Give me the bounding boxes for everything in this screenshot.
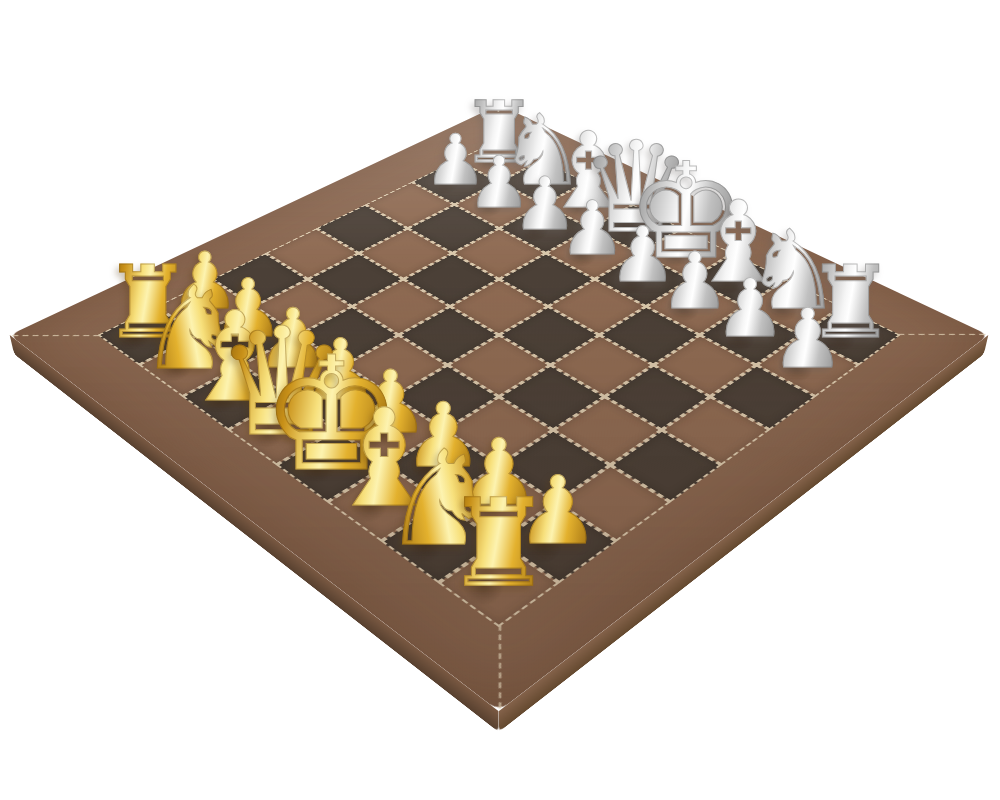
silver-pawn-glyph: ♟ [771, 298, 845, 380]
piece-gold-rook-h1[interactable]: ♜ [445, 484, 553, 605]
pieces-layer: ♜♞♝♛♚♝♞♜♟♟♟♟♟♟♟♟♟♟♟♟♟♟♟♟♜♞♝♛♚♝♞♜ [0, 0, 1000, 800]
photo-scene: ♜♞♝♛♚♝♞♜♟♟♟♟♟♟♟♟♟♟♟♟♟♟♟♟♜♞♝♛♚♝♞♜ [0, 0, 1000, 800]
piece-silver-pawn-h7[interactable]: ♟ [771, 298, 845, 380]
gold-rook-glyph: ♜ [445, 484, 553, 605]
